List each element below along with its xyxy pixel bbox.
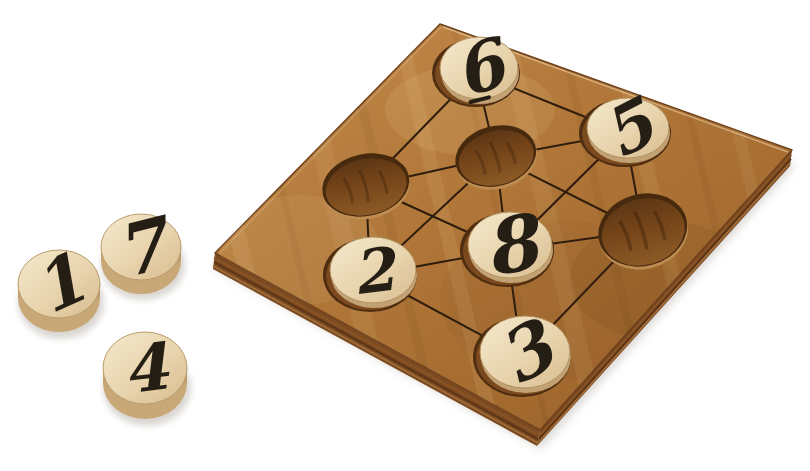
product-photo-stage: 6 5 8 2 3 7	[0, 0, 810, 471]
scene: 6 5 8 2 3 7	[0, 0, 810, 471]
